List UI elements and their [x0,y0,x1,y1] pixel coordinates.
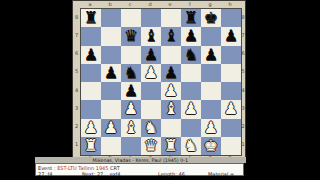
square-b8 [101,9,121,27]
rank-label-8: 8 [74,8,80,26]
square-b6 [101,46,121,64]
players-result-text: Mikenas, Vladas - Keres, Paul (1945) 0-1 [93,157,188,163]
rank-label-4: 4 [240,81,246,99]
piece-white-pawn: ♟ [221,100,241,117]
square-f6: ♞ [181,46,201,64]
file-label-b: b [100,2,120,7]
square-f5 [181,64,201,82]
piece-white-rook: ♜ [161,137,181,154]
square-f2 [181,119,201,137]
square-a4 [81,82,101,100]
game-caption-panel: Mikenas, Vladas - Keres, Paul (1945) 0-1… [35,158,246,177]
square-g2: ♟ [201,119,221,137]
square-d6: ♟ [141,46,161,64]
video-frame-background: ♜♜♚♛♝♝♟♟♟♟♞♟♟♞♟♟♟♟♟♝♟♟♟♟♝♞♟♜♛♜♞♚ abcdefg… [0,0,320,180]
piece-black-pawn: ♟ [221,27,241,44]
square-a6: ♟ [81,46,101,64]
square-a3 [81,100,101,118]
square-f1: ♞ [181,137,201,155]
square-g3 [201,100,221,118]
square-d4 [141,82,161,100]
piece-white-pawn: ♟ [161,82,181,99]
square-c8 [121,9,141,27]
square-c2: ♝ [121,119,141,137]
square-e1: ♜ [161,137,181,155]
rank-label-7: 7 [240,26,246,44]
rank-label-6: 6 [74,45,80,63]
piece-black-bishop: ♝ [161,27,181,44]
square-h6 [221,46,241,64]
piece-black-pawn: ♟ [201,46,221,63]
piece-white-pawn: ♟ [81,119,101,136]
piece-white-king: ♚ [201,137,221,154]
piece-black-knight: ♞ [121,64,141,81]
file-label-c: c [120,2,140,7]
rank-label-6: 6 [240,45,246,63]
square-b7 [101,27,121,45]
square-a1: ♜ [81,137,101,155]
square-g6: ♟ [201,46,221,64]
square-c1 [121,137,141,155]
piece-white-queen: ♛ [141,137,161,154]
square-f4 [181,82,201,100]
square-h4 [221,82,241,100]
piece-black-pawn: ♟ [121,82,141,99]
piece-black-bishop: ♝ [141,27,161,44]
square-g5 [201,64,221,82]
square-a8: ♜ [81,9,101,27]
piece-black-pawn: ♟ [81,46,101,63]
square-b1 [101,137,121,155]
square-b3 [101,100,121,118]
piece-black-pawn: ♟ [161,64,181,81]
rank-label-1: 1 [240,136,246,154]
piece-white-pawn: ♟ [101,119,121,136]
square-e2 [161,119,181,137]
file-label-g: g [200,2,220,7]
square-b2: ♟ [101,119,121,137]
square-c5: ♞ [121,64,141,82]
next-move: Next: 27... exf4 [82,171,158,177]
piece-black-king: ♚ [201,9,221,26]
square-h3: ♟ [221,100,241,118]
file-label-h: h [220,2,240,7]
square-e4: ♟ [161,82,181,100]
square-f7: ♟ [181,27,201,45]
square-e7: ♝ [161,27,181,45]
square-e5: ♟ [161,64,181,82]
square-c4: ♟ [121,82,141,100]
piece-white-pawn: ♟ [201,119,221,136]
square-f3: ♟ [181,100,201,118]
square-c6 [121,46,141,64]
square-d5: ♟ [141,64,161,82]
rank-label-5: 5 [74,63,80,81]
square-d8 [141,9,161,27]
square-d2: ♞ [141,119,161,137]
chess-board: ♜♜♚♛♝♝♟♟♟♟♞♟♟♞♟♟♟♟♟♝♟♟♟♟♝♞♟♜♛♜♞♚ [80,8,242,156]
square-h2 [221,119,241,137]
square-a2: ♟ [81,119,101,137]
square-d7: ♝ [141,27,161,45]
material-balance: Material = [208,171,234,177]
piece-white-bishop: ♝ [161,100,181,117]
piece-white-rook: ♜ [81,137,101,154]
rank-label-2: 2 [74,118,80,136]
square-b4 [101,82,121,100]
piece-black-rook: ♜ [81,9,101,26]
piece-black-pawn: ♟ [181,27,201,44]
square-g7 [201,27,221,45]
chess-board-frame: ♜♜♚♛♝♝♟♟♟♟♞♟♟♞♟♟♟♟♟♝♟♟♟♟♝♞♟♜♛♜♞♚ abcdefg… [72,0,246,158]
square-d3 [141,100,161,118]
square-g4 [201,82,221,100]
square-h7: ♟ [221,27,241,45]
piece-black-knight: ♞ [181,46,201,63]
rank-label-5: 5 [240,63,246,81]
piece-white-bishop: ♝ [121,119,141,136]
rank-label-2: 2 [240,118,246,136]
game-info-box: Event : EST-LTU Tallinn 1945 CRT 27. f4 … [35,163,244,176]
square-e6 [161,46,181,64]
rank-label-8: 8 [240,8,246,26]
rank-label-1: 1 [74,136,80,154]
square-h5 [221,64,241,82]
file-label-d: d [140,2,160,7]
rank-label-3: 3 [74,99,80,117]
square-a5 [81,64,101,82]
game-length: Length: 46 [158,171,208,177]
current-move: 27. f4 [38,171,82,177]
rank-label-3: 3 [240,99,246,117]
file-label-f: f [180,2,200,7]
square-c3: ♟ [121,100,141,118]
file-label-a: a [80,2,100,7]
piece-white-pawn: ♟ [121,100,141,117]
square-e3: ♝ [161,100,181,118]
piece-black-pawn: ♟ [141,46,161,63]
move-status-line: 27. f4 Next: 27... exf4 Length: 46 Mater… [38,171,241,177]
square-d1: ♛ [141,137,161,155]
square-g8: ♚ [201,9,221,27]
square-f8: ♜ [181,9,201,27]
piece-white-knight: ♞ [141,119,161,136]
piece-black-pawn: ♟ [101,64,121,81]
rank-label-7: 7 [74,26,80,44]
piece-white-knight: ♞ [181,137,201,154]
piece-white-pawn: ♟ [141,64,161,81]
square-a7 [81,27,101,45]
piece-black-rook: ♜ [181,9,201,26]
square-h1 [221,137,241,155]
piece-black-queen: ♛ [121,27,141,44]
square-c7: ♛ [121,27,141,45]
piece-white-pawn: ♟ [181,100,201,117]
square-e8 [161,9,181,27]
square-h8 [221,9,241,27]
rank-label-4: 4 [74,81,80,99]
square-b5: ♟ [101,64,121,82]
square-g1: ♚ [201,137,221,155]
file-label-e: e [160,2,180,7]
